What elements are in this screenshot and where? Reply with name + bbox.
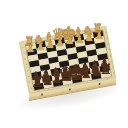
chess-set-photo: abcdefgh1122334455667788 ♜♞♝♛♚♝♞♜♟♟♟♟♟♟♟…: [0, 0, 128, 128]
piece-white-pawn: ♟: [94, 31, 103, 41]
piece-white-pawn: ♟: [45, 40, 54, 50]
piece-white-pawn: ♟: [36, 42, 45, 52]
pieces-layer: ♜♞♝♛♚♝♞♜♟♟♟♟♟♟♟♟♟♟♟♟♟♟♟♟♜♞♝♛♚♝♞♜: [0, 0, 128, 128]
piece-white-pawn: ♟: [65, 36, 74, 46]
piece-white-pawn: ♟: [75, 34, 84, 44]
piece-black-rook: ♜: [31, 75, 44, 89]
piece-white-pawn: ♟: [55, 38, 64, 48]
piece-white-pawn: ♟: [26, 43, 35, 53]
piece-white-pawn: ♟: [85, 33, 94, 43]
